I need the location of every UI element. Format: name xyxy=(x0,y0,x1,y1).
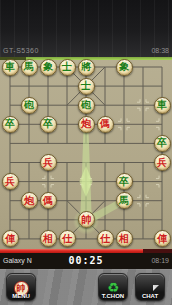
chat-button-label: CHAT xyxy=(136,293,164,299)
pieces-layer: 車馬象士將象士砲砲車卒卒炮傌卒兵兵兵卒炮傌馬帥俥相仕仕相俥 xyxy=(0,60,172,249)
piece-red-elephant[interactable]: 相 xyxy=(116,230,133,247)
piece-red-advisor[interactable]: 仕 xyxy=(59,230,76,247)
chat-button[interactable]: CHAT xyxy=(135,273,165,301)
piece-black-soldier[interactable]: 卒 xyxy=(2,116,19,133)
piece-black-soldier[interactable]: 卒 xyxy=(116,173,133,190)
piece-black-chariot[interactable]: 車 xyxy=(2,59,19,76)
piece-red-advisor[interactable]: 仕 xyxy=(97,230,114,247)
top-status-bar: GT-S5360 08:38 xyxy=(0,0,172,57)
piece-black-horse[interactable]: 馬 xyxy=(116,192,133,209)
piece-black-horse[interactable]: 馬 xyxy=(21,59,38,76)
piece-black-soldier[interactable]: 卒 xyxy=(40,116,57,133)
status-time-bottom: 08:19 xyxy=(151,257,169,264)
piece-red-soldier[interactable]: 兵 xyxy=(154,154,171,171)
device-name-top: GT-S5360 xyxy=(3,47,39,54)
piece-red-cannon[interactable]: 炮 xyxy=(21,192,38,209)
piece-black-advisor[interactable]: 士 xyxy=(78,78,95,95)
status-time-top: 08:38 xyxy=(151,47,169,54)
piece-black-cannon[interactable]: 砲 xyxy=(21,97,38,114)
move-clock: 00:25 xyxy=(0,255,172,266)
replay-button[interactable]: ♻ T.CHON xyxy=(98,273,128,301)
piece-red-horse[interactable]: 傌 xyxy=(40,192,57,209)
piece-black-advisor[interactable]: 士 xyxy=(59,59,76,76)
bottom-info-bar: Galaxy N 00:25 08:19 xyxy=(0,253,172,269)
piece-red-general[interactable]: 帥 xyxy=(78,211,95,228)
piece-black-soldier[interactable]: 卒 xyxy=(154,135,171,152)
replay-button-label: T.CHON xyxy=(99,293,127,299)
piece-red-horse[interactable]: 傌 xyxy=(97,116,114,133)
bottom-toolbar: 帥 MENU ♻ T.CHON CHAT xyxy=(0,269,172,305)
piece-red-soldier[interactable]: 兵 xyxy=(40,154,57,171)
piece-red-soldier[interactable]: 兵 xyxy=(2,173,19,190)
piece-red-chariot[interactable]: 俥 xyxy=(154,230,171,247)
piece-black-cannon[interactable]: 砲 xyxy=(78,97,95,114)
piece-red-chariot[interactable]: 俥 xyxy=(2,230,19,247)
piece-red-cannon[interactable]: 炮 xyxy=(78,116,95,133)
menu-button[interactable]: 帥 MENU xyxy=(6,273,36,301)
piece-black-elephant[interactable]: 象 xyxy=(40,59,57,76)
app-root: GT-S5360 08:38 xyxy=(0,0,172,305)
piece-black-elephant[interactable]: 象 xyxy=(116,59,133,76)
piece-black-chariot[interactable]: 車 xyxy=(154,97,171,114)
xiangqi-board[interactable]: 車馬象士將象士砲砲車卒卒炮傌卒兵兵兵卒炮傌馬帥俥相仕仕相俥 xyxy=(0,60,172,249)
piece-red-elephant[interactable]: 相 xyxy=(40,230,57,247)
piece-black-general[interactable]: 將 xyxy=(78,59,95,76)
menu-button-label: MENU xyxy=(7,293,35,299)
